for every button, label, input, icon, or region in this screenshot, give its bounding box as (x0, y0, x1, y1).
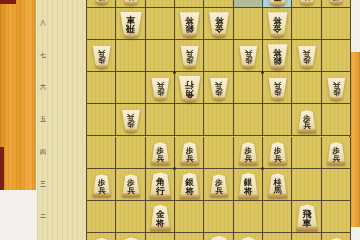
piece-silver-sente[interactable]: 銀将 (267, 44, 289, 70)
piece-lance-sente[interactable]: 香車 (92, 0, 112, 5)
square-1-4[interactable] (87, 137, 116, 169)
piece-kanji: 銀将 (244, 178, 253, 195)
rank-label-6: 六 (37, 84, 49, 90)
square-4-9[interactable] (175, 0, 204, 8)
piece-king-sente[interactable]: 玉将 (265, 0, 290, 7)
square-7-5[interactable] (263, 104, 292, 136)
square-5-9[interactable] (204, 0, 233, 8)
square-4-1[interactable] (175, 233, 204, 240)
rank-label-2: 二 (37, 213, 49, 219)
square-5-2[interactable] (204, 201, 233, 233)
piece-kanji: 金将 (215, 16, 224, 33)
board-grid: 香車桂馬玉将桂馬香車飛車銀将金将金将歩兵歩兵歩兵銀将歩兵歩兵角行歩兵歩兵歩兵歩兵… (86, 0, 350, 240)
piece-pawn-sente[interactable]: 歩兵 (297, 46, 317, 69)
piece-kanji: 歩兵 (215, 179, 223, 194)
piece-kanji: 歩兵 (274, 147, 282, 162)
piece-kanji: 銀将 (185, 16, 194, 33)
square-1-2[interactable] (87, 201, 116, 233)
piece-pawn-gote[interactable]: 歩兵 (268, 142, 288, 165)
square-5-4[interactable] (204, 137, 233, 169)
piece-pawn-sente[interactable]: 歩兵 (268, 78, 288, 101)
rank-label-3: 三 (37, 181, 49, 187)
square-5-7[interactable] (204, 40, 233, 72)
square-2-2[interactable] (116, 201, 145, 233)
square-6-9[interactable] (234, 0, 263, 8)
piece-pawn-gote[interactable]: 歩兵 (238, 142, 258, 165)
square-4-5[interactable] (175, 104, 204, 136)
square-8-4[interactable] (292, 137, 321, 169)
piece-kanji: 銀将 (273, 48, 282, 65)
square-1-5[interactable] (87, 104, 116, 136)
piece-pawn-sente[interactable]: 歩兵 (121, 110, 141, 133)
square-6-8[interactable] (234, 8, 263, 40)
piece-rook-gote[interactable]: 飛車 (295, 204, 319, 231)
piece-gold-sente[interactable]: 金将 (267, 12, 289, 38)
square-6-2[interactable] (234, 201, 263, 233)
piece-kanji: 玉将 (273, 0, 282, 1)
square-1-8[interactable] (87, 8, 116, 40)
piece-pawn-sente[interactable]: 歩兵 (150, 78, 170, 101)
piece-kanji: 歩兵 (186, 147, 194, 162)
red-mat-left (0, 147, 4, 190)
piece-pawn-gote[interactable]: 歩兵 (121, 174, 141, 197)
piece-knight-gote[interactable]: 桂馬 (267, 173, 288, 198)
piece-kanji: 歩兵 (157, 81, 165, 96)
piece-kanji: 飛車 (302, 210, 311, 228)
square-9-2[interactable] (322, 201, 351, 233)
square-8-8[interactable] (292, 8, 321, 40)
piece-silver-sente[interactable]: 銀将 (179, 12, 201, 38)
piece-pawn-gote[interactable]: 歩兵 (150, 142, 170, 165)
piece-kanji: 角行 (156, 178, 165, 196)
square-3-1[interactable] (146, 233, 175, 240)
piece-rook-sente[interactable]: 飛車 (119, 12, 143, 39)
piece-kanji: 歩兵 (215, 81, 223, 96)
piece-kanji: 角行 (185, 80, 194, 98)
square-9-8[interactable] (322, 8, 351, 40)
square-9-5[interactable] (322, 104, 351, 136)
piece-kanji: 銀将 (185, 178, 194, 195)
rank-label-7: 七 (37, 52, 49, 58)
piece-bishop-gote[interactable]: 角行 (148, 172, 172, 199)
piece-pawn-gote[interactable]: 歩兵 (297, 110, 317, 133)
piece-kanji: 歩兵 (245, 49, 253, 64)
square-9-3[interactable] (322, 169, 351, 201)
square-2-6[interactable] (116, 72, 145, 104)
piece-pawn-sente[interactable]: 歩兵 (326, 78, 346, 101)
piece-kanji: 歩兵 (98, 179, 106, 194)
piece-knight-sente[interactable]: 桂馬 (296, 0, 317, 6)
piece-pawn-sente[interactable]: 歩兵 (180, 46, 200, 69)
piece-pawn-sente[interactable]: 歩兵 (209, 78, 229, 101)
left-wood-panel (0, 0, 36, 190)
piece-gold-sente[interactable]: 金将 (208, 12, 230, 38)
piece-king-gote[interactable]: 王将 (206, 236, 231, 240)
piece-bishop-sente[interactable]: 角行 (178, 76, 202, 103)
square-8-3[interactable] (292, 169, 321, 201)
square-3-9[interactable] (146, 0, 175, 8)
piece-gold-gote[interactable]: 金将 (149, 205, 171, 231)
piece-kanji: 歩兵 (127, 179, 135, 194)
rank-label-4: 四 (37, 149, 49, 155)
piece-pawn-gote[interactable]: 歩兵 (92, 174, 112, 197)
red-mat-top-left (0, 0, 16, 4)
rank-label-8: 八 (37, 20, 49, 26)
piece-kanji: 桂馬 (274, 179, 282, 195)
piece-kanji: 飛車 (126, 15, 135, 33)
piece-pawn-gote[interactable]: 歩兵 (209, 174, 229, 197)
piece-kanji: 歩兵 (303, 115, 311, 130)
piece-kanji: 歩兵 (157, 147, 165, 162)
square-2-4[interactable] (116, 137, 145, 169)
square-6-6[interactable] (234, 72, 263, 104)
square-1-6[interactable] (87, 72, 116, 104)
square-3-5[interactable] (146, 104, 175, 136)
piece-silver-gote[interactable]: 銀将 (179, 173, 201, 199)
piece-pawn-gote[interactable]: 歩兵 (180, 142, 200, 165)
piece-kanji: 歩兵 (98, 49, 106, 64)
shogi-board: 香車桂馬玉将桂馬香車飛車銀将金将金将歩兵歩兵歩兵銀将歩兵歩兵角行歩兵歩兵歩兵歩兵… (37, 0, 322, 240)
square-3-8[interactable] (146, 8, 175, 40)
piece-kanji: 歩兵 (333, 147, 341, 162)
square-5-5[interactable] (204, 104, 233, 136)
square-8-6[interactable] (292, 72, 321, 104)
piece-kanji: 歩兵 (245, 147, 253, 162)
rank-label-5: 五 (37, 116, 49, 122)
piece-knight-sente[interactable]: 桂馬 (120, 0, 141, 6)
square-2-7[interactable] (116, 40, 145, 72)
piece-kanji: 歩兵 (127, 113, 135, 128)
square-9-7[interactable] (322, 40, 351, 72)
square-7-1[interactable] (263, 233, 292, 240)
piece-kanji: 歩兵 (303, 49, 311, 64)
piece-kanji: 歩兵 (274, 81, 282, 96)
square-8-1[interactable] (292, 233, 321, 240)
square-4-2[interactable] (175, 201, 204, 233)
piece-kanji: 金将 (156, 210, 165, 227)
square-3-7[interactable] (146, 40, 175, 72)
piece-pawn-sente[interactable]: 歩兵 (238, 46, 258, 69)
piece-pawn-gote[interactable]: 歩兵 (326, 142, 346, 165)
piece-kanji: 歩兵 (186, 49, 194, 64)
square-7-2[interactable] (263, 201, 292, 233)
piece-silver-gote[interactable]: 銀将 (237, 173, 259, 199)
piece-lance-sente[interactable]: 香車 (326, 0, 346, 5)
piece-kanji: 金将 (273, 16, 282, 33)
piece-kanji: 歩兵 (333, 81, 341, 96)
piece-pawn-sente[interactable]: 歩兵 (92, 46, 112, 69)
shogi-app: 香車桂馬玉将桂馬香車飛車銀将金将金将歩兵歩兵歩兵銀将歩兵歩兵角行歩兵歩兵歩兵歩兵… (0, 0, 360, 240)
square-6-5[interactable] (234, 104, 263, 136)
